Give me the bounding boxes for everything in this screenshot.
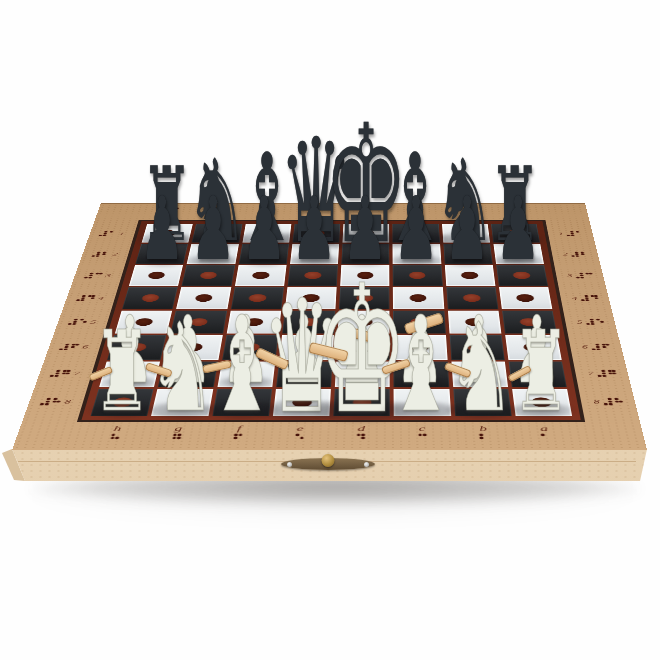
square-c2[interactable] (393, 244, 441, 264)
braille-cell (614, 398, 625, 406)
file-label-near-a: a (539, 425, 551, 442)
file-label-far-h: h (170, 206, 180, 216)
board-top-surface: hhggffeeddccbbaa1122334455667788 (12, 203, 647, 450)
braille-cell (49, 370, 60, 377)
braille-cell (575, 273, 584, 279)
square-a5[interactable] (502, 311, 557, 334)
braille-cell (68, 319, 78, 326)
braille-cell (363, 206, 370, 211)
square-g2[interactable] (187, 244, 239, 264)
square-b6[interactable] (449, 335, 504, 359)
latch-knob (322, 454, 335, 467)
braille-cell (506, 206, 514, 211)
braille-cell (585, 273, 594, 279)
braille-cell (219, 206, 227, 211)
square-d4[interactable] (339, 287, 390, 309)
square-b5[interactable] (448, 311, 502, 334)
file-label-near-b: b (478, 425, 489, 442)
braille-cell (267, 206, 275, 211)
square-f7[interactable] (217, 361, 275, 387)
braille-cell (479, 434, 489, 442)
square-f1[interactable] (242, 224, 291, 243)
rank-label-right-2: 2 (562, 251, 589, 257)
braille-cell (595, 319, 605, 326)
braille-cell (60, 370, 71, 377)
square-a4[interactable] (499, 287, 552, 309)
square-f4[interactable] (231, 287, 284, 309)
square-b4[interactable] (446, 287, 498, 309)
square-c6[interactable] (393, 335, 447, 359)
braille-cell (51, 398, 62, 406)
square-e8[interactable] (273, 389, 331, 416)
square-h3[interactable] (129, 265, 183, 286)
square-f8[interactable] (212, 389, 272, 416)
rank-label-right-1: 1 (558, 231, 584, 236)
square-c7[interactable] (394, 361, 449, 387)
square-d5[interactable] (338, 311, 390, 334)
file-label-far-b: b (458, 206, 466, 216)
square-d8[interactable] (333, 389, 390, 416)
square-g7[interactable] (158, 361, 218, 387)
chess-set-photo: hhggffeeddccbbaa1122334455667788 ♜♞♝♛♚♝♞… (0, 0, 660, 660)
latch-screw-left (287, 462, 292, 467)
square-h6[interactable] (107, 335, 166, 359)
braille-cell (411, 206, 418, 211)
square-c5[interactable] (393, 311, 445, 334)
file-label-near-h: h (109, 425, 123, 442)
braille-cell (40, 398, 51, 406)
braille-cell (585, 319, 595, 326)
braille-cell (575, 231, 584, 236)
braille-cell (601, 343, 611, 350)
rank-label-left-1: 1 (99, 231, 126, 236)
file-label-near-d: d (356, 425, 365, 442)
rank-label-right-4: 4 (571, 295, 599, 301)
braille-cell (315, 206, 323, 211)
braille-cell (590, 295, 599, 301)
file-label-near-f: f (233, 425, 245, 442)
braille-cell (171, 434, 182, 442)
file-label-far-c: c (411, 206, 418, 216)
braille-cell (101, 251, 110, 257)
square-b7[interactable] (451, 361, 508, 387)
square-b8[interactable] (453, 389, 512, 416)
braille-cell (233, 434, 243, 442)
braille-cell (602, 398, 613, 406)
braille-cell (91, 251, 100, 257)
braille-cell (570, 251, 579, 257)
braille-cell (84, 273, 94, 279)
square-h7[interactable] (99, 361, 160, 387)
square-e3[interactable] (287, 265, 338, 286)
braille-cell (109, 434, 120, 442)
square-e5[interactable] (282, 311, 335, 334)
file-label-far-a: a (506, 206, 515, 216)
rank-label-left-3: 3 (84, 273, 112, 279)
square-d7[interactable] (335, 361, 390, 387)
braille-cell (108, 231, 117, 236)
square-g4[interactable] (176, 287, 231, 309)
square-d6[interactable] (336, 335, 390, 359)
square-f5[interactable] (226, 311, 281, 334)
braille-cell (596, 370, 606, 377)
square-g5[interactable] (171, 311, 227, 334)
square-g8[interactable] (151, 389, 213, 416)
square-c3[interactable] (393, 265, 443, 286)
square-f2[interactable] (238, 244, 288, 264)
braille-cell (540, 434, 550, 442)
braille-cell (591, 343, 601, 350)
square-a2[interactable] (493, 244, 544, 264)
braille-cell (458, 206, 466, 211)
braille-cell (566, 231, 575, 236)
square-c1[interactable] (393, 224, 440, 243)
latch-screw-right (364, 462, 369, 467)
square-b2[interactable] (443, 244, 492, 264)
square-d3[interactable] (340, 265, 389, 286)
rank-label-left-7: 7 (49, 370, 80, 377)
square-e4[interactable] (285, 287, 337, 309)
square-e7[interactable] (276, 361, 333, 387)
rank-label-left-8: 8 (40, 398, 72, 406)
rank-label-right-3: 3 (567, 273, 594, 279)
rank-label-right-6: 6 (581, 343, 611, 350)
square-d1[interactable] (342, 224, 389, 243)
rank-label-left-6: 6 (59, 343, 89, 350)
braille-cell (294, 434, 304, 442)
square-h5[interactable] (115, 311, 173, 334)
braille-cell (59, 343, 70, 350)
square-b3[interactable] (444, 265, 495, 286)
square-h8[interactable] (91, 389, 154, 416)
braille-cell (580, 295, 589, 301)
file-label-far-g: g (218, 206, 227, 216)
file-label-near-e: e (294, 425, 305, 442)
braille-cell (418, 434, 427, 442)
square-g6[interactable] (164, 335, 222, 359)
square-g1[interactable] (192, 224, 242, 243)
rank-label-right-8: 8 (593, 398, 625, 406)
braille-cell (356, 434, 365, 442)
square-f6[interactable] (222, 335, 278, 359)
board-grid (91, 224, 573, 416)
braille-cell (86, 295, 96, 301)
square-e6[interactable] (279, 335, 334, 359)
file-label-far-f: f (266, 206, 275, 216)
square-a3[interactable] (496, 265, 548, 286)
square-e2[interactable] (290, 244, 339, 264)
braille-cell (78, 319, 88, 326)
square-e1[interactable] (292, 224, 340, 243)
playing-field (77, 220, 585, 422)
braille-cell (171, 206, 179, 211)
file-label-far-d: d (363, 206, 370, 216)
file-label-near-g: g (171, 425, 184, 442)
square-a1[interactable] (491, 224, 540, 243)
latch[interactable] (281, 458, 375, 470)
rank-label-right-7: 7 (587, 370, 618, 377)
square-d2[interactable] (341, 244, 389, 264)
braille-cell (99, 231, 108, 236)
rank-label-right-5: 5 (576, 319, 605, 326)
square-h1[interactable] (142, 224, 193, 243)
square-a7[interactable] (508, 361, 566, 387)
braille-cell (580, 251, 589, 257)
braille-cell (94, 273, 104, 279)
rank-label-left-4: 4 (76, 295, 105, 301)
square-a6[interactable] (505, 335, 562, 359)
braille-cell (76, 295, 86, 301)
square-h4[interactable] (122, 287, 178, 309)
square-b1[interactable] (442, 224, 490, 243)
rank-label-left-5: 5 (68, 319, 98, 326)
square-g3[interactable] (182, 265, 235, 286)
square-c4[interactable] (393, 287, 444, 309)
braille-cell (607, 370, 617, 377)
square-h2[interactable] (135, 244, 188, 264)
file-label-near-c: c (417, 425, 427, 442)
rank-label-left-2: 2 (91, 251, 118, 257)
square-f3[interactable] (235, 265, 287, 286)
braille-cell (69, 343, 80, 350)
square-a8[interactable] (512, 389, 572, 416)
file-label-far-e: e (315, 206, 323, 216)
square-c8[interactable] (394, 389, 451, 416)
